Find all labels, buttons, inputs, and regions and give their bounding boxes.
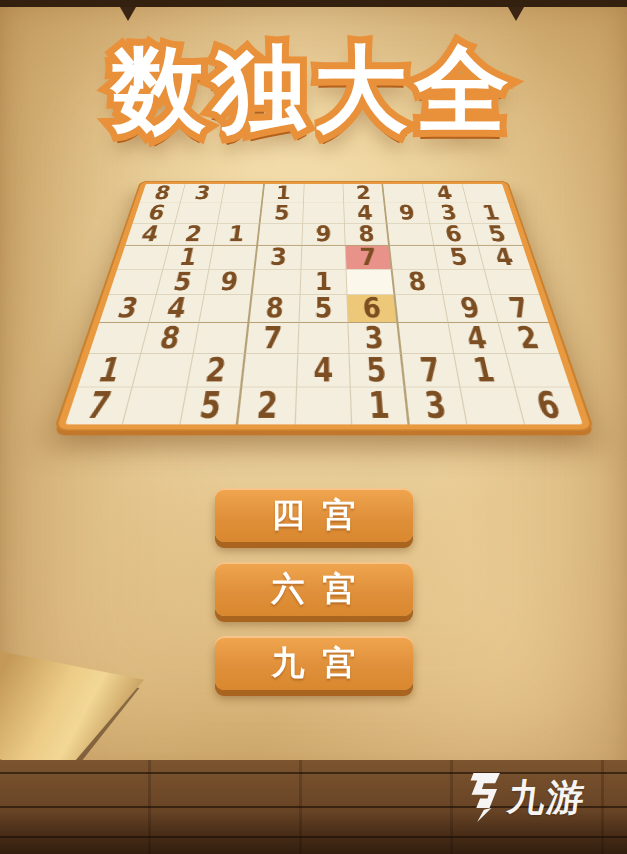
cell-r6c7 (396, 295, 449, 323)
cell-r6c1: 3 (99, 295, 156, 323)
cell-r4c1 (117, 246, 169, 270)
cell-digit: 1 (367, 385, 391, 427)
cell-r2c1: 6 (133, 203, 181, 223)
cell-r6c3 (199, 295, 252, 323)
cell-r8c9 (507, 354, 570, 388)
cell-r8c8: 1 (455, 354, 516, 388)
cell-r7c3 (193, 323, 249, 354)
cell-digit: 8 (358, 222, 376, 247)
cell-r8c6: 5 (350, 354, 406, 388)
cell-digit: 4 (313, 352, 333, 390)
cell-r9c4: 2 (238, 387, 297, 424)
cell-digit: 8 (157, 321, 184, 355)
cell-r5c2: 5 (156, 269, 209, 295)
cell-r9c1: 7 (65, 387, 132, 424)
cell-r9c5 (295, 387, 352, 424)
cell-r3c4 (258, 223, 303, 245)
cell-r2c8: 3 (427, 203, 473, 223)
cell-digit: 3 (363, 321, 384, 355)
cell-r6c4: 8 (249, 295, 300, 323)
cell-r5c9 (485, 269, 540, 295)
cell-r2c6: 4 (344, 203, 387, 223)
cell-r5c5: 1 (300, 269, 348, 295)
cell-digit: 4 (464, 321, 491, 355)
cell-digit: 9 (458, 293, 483, 325)
cell-r6c8: 9 (444, 295, 499, 323)
cell-digit: 4 (138, 222, 161, 247)
page-title-text: 数独大全 (0, 34, 627, 146)
9game-logo: 九游 (460, 772, 586, 823)
cell-digit: 5 (486, 222, 509, 247)
cell-digit: 2 (514, 321, 543, 355)
cell-r8c4 (242, 354, 298, 388)
cell-r1c8: 4 (423, 184, 468, 203)
cell-digit: 7 (359, 244, 378, 271)
cell-r6c6: 6 (348, 295, 399, 323)
cell-r1c7 (383, 184, 426, 203)
cell-r8c1: 1 (78, 354, 141, 388)
paper-tear-icon (508, 7, 524, 21)
cell-r3c7 (388, 223, 435, 245)
cell-r5c4 (252, 269, 301, 295)
cell-digit: 7 (82, 385, 115, 427)
cell-r9c7: 3 (406, 387, 468, 424)
cell-digit: 3 (422, 385, 449, 427)
paper-tear-icon (120, 7, 136, 21)
cell-digit: 1 (226, 222, 246, 247)
cell-r5c7: 8 (393, 269, 444, 295)
cell-digit: 7 (506, 293, 534, 325)
cell-r4c9: 4 (479, 246, 531, 270)
cell-digit: 6 (443, 222, 465, 247)
cell-digit: 3 (193, 183, 213, 204)
cell-digit: 6 (532, 385, 565, 427)
cell-r4c4: 3 (255, 246, 302, 270)
six-grid-button[interactable]: 六宫 (215, 562, 413, 616)
nine-grid-button-label: 九宫 (253, 641, 373, 686)
cell-r9c9: 6 (516, 387, 583, 424)
cell-r4c5 (301, 246, 347, 270)
cell-digit: 6 (362, 293, 382, 325)
nine-grid-button[interactable]: 九宫 (215, 636, 413, 690)
9game-logo-icon (460, 772, 502, 823)
cell-r3c6: 8 (345, 223, 390, 245)
cell-r8c2 (132, 354, 193, 388)
stage: 数独大全 数独大全 831246549314219865137545918348… (0, 0, 627, 854)
six-grid-button-label: 六宫 (253, 567, 373, 612)
cell-digit: 2 (203, 352, 229, 390)
cell-r8c5: 4 (297, 354, 352, 388)
cell-digit: 1 (94, 352, 125, 390)
cell-r8c3: 2 (187, 354, 245, 388)
four-grid-button-label: 四宫 (253, 493, 373, 538)
cell-r7c1 (89, 323, 149, 354)
cell-digit: 7 (418, 352, 443, 390)
cell-r3c9: 5 (473, 223, 523, 245)
sudoku-board: 8312465493142198651375459183485697873421… (56, 182, 592, 430)
cell-digit: 9 (398, 202, 417, 225)
cell-r2c7: 9 (386, 203, 431, 223)
cell-digit: 5 (447, 244, 470, 271)
cell-r3c1: 4 (125, 223, 175, 245)
cell-digit: 5 (197, 385, 224, 427)
cell-r1c1: 8 (139, 184, 185, 203)
cell-r7c5 (298, 323, 350, 354)
cell-r2c5 (303, 203, 346, 223)
cell-digit: 4 (492, 244, 517, 271)
cell-r3c2: 2 (169, 223, 217, 245)
cell-r1c9 (463, 184, 509, 203)
cell-r9c8 (461, 387, 525, 424)
cell-r2c2 (175, 203, 221, 223)
cell-digit: 9 (218, 268, 240, 297)
cell-r1c4: 1 (262, 184, 304, 203)
cell-digit: 2 (183, 222, 205, 247)
cell-digit: 3 (114, 293, 142, 325)
cell-r5c6 (347, 269, 396, 295)
cell-r3c3: 1 (214, 223, 261, 245)
cell-r5c1 (109, 269, 164, 295)
cell-r4c7 (390, 246, 439, 270)
cell-digit: 9 (315, 222, 331, 247)
cell-digit: 3 (269, 244, 288, 271)
cell-r7c8: 4 (449, 323, 507, 354)
cell-r4c6: 7 (346, 246, 393, 270)
cell-r5c3: 9 (204, 269, 255, 295)
cell-r2c3 (218, 203, 263, 223)
cell-digit: 8 (407, 268, 429, 297)
cell-r3c5: 9 (302, 223, 346, 245)
cell-r4c8: 5 (434, 246, 484, 270)
cell-r7c7 (399, 323, 455, 354)
9game-logo-text: 九游 (505, 773, 589, 823)
cell-digit: 1 (470, 352, 498, 390)
cell-r2c4: 5 (260, 203, 303, 223)
cell-r7c9: 2 (499, 323, 559, 354)
cell-r7c2: 8 (141, 323, 199, 354)
cell-r4c2: 1 (163, 246, 213, 270)
cell-r1c5 (303, 184, 344, 203)
cell-r7c4: 7 (246, 323, 299, 354)
cell-r8c7: 7 (402, 354, 460, 388)
cell-r1c3 (221, 184, 264, 203)
cell-r5c8 (439, 269, 492, 295)
cell-digit: 4 (164, 293, 189, 325)
cell-r1c2: 3 (180, 184, 225, 203)
cell-r6c9: 7 (492, 295, 549, 323)
cell-digit: 2 (255, 385, 279, 427)
cell-digit: 5 (314, 293, 333, 325)
cell-r9c2 (123, 387, 187, 424)
cell-digit: 5 (365, 352, 388, 390)
cell-r9c3: 5 (180, 387, 242, 424)
cell-r6c5: 5 (299, 295, 349, 323)
cell-digit: 7 (261, 321, 283, 355)
cell-r3c8: 6 (430, 223, 478, 245)
cell-r2c9: 1 (468, 203, 516, 223)
page-title: 数独大全 数独大全 (0, 34, 627, 152)
cell-digit: 5 (273, 202, 290, 225)
paper-top-tear-strip (0, 0, 627, 7)
cell-digit: 8 (264, 293, 285, 325)
cell-r6c2: 4 (149, 295, 204, 323)
cell-r4c3 (209, 246, 258, 270)
cell-r7c6: 3 (349, 323, 402, 354)
cell-r9c6: 1 (351, 387, 410, 424)
cell-r1c6: 2 (344, 184, 386, 203)
four-grid-button[interactable]: 四宫 (215, 488, 413, 542)
